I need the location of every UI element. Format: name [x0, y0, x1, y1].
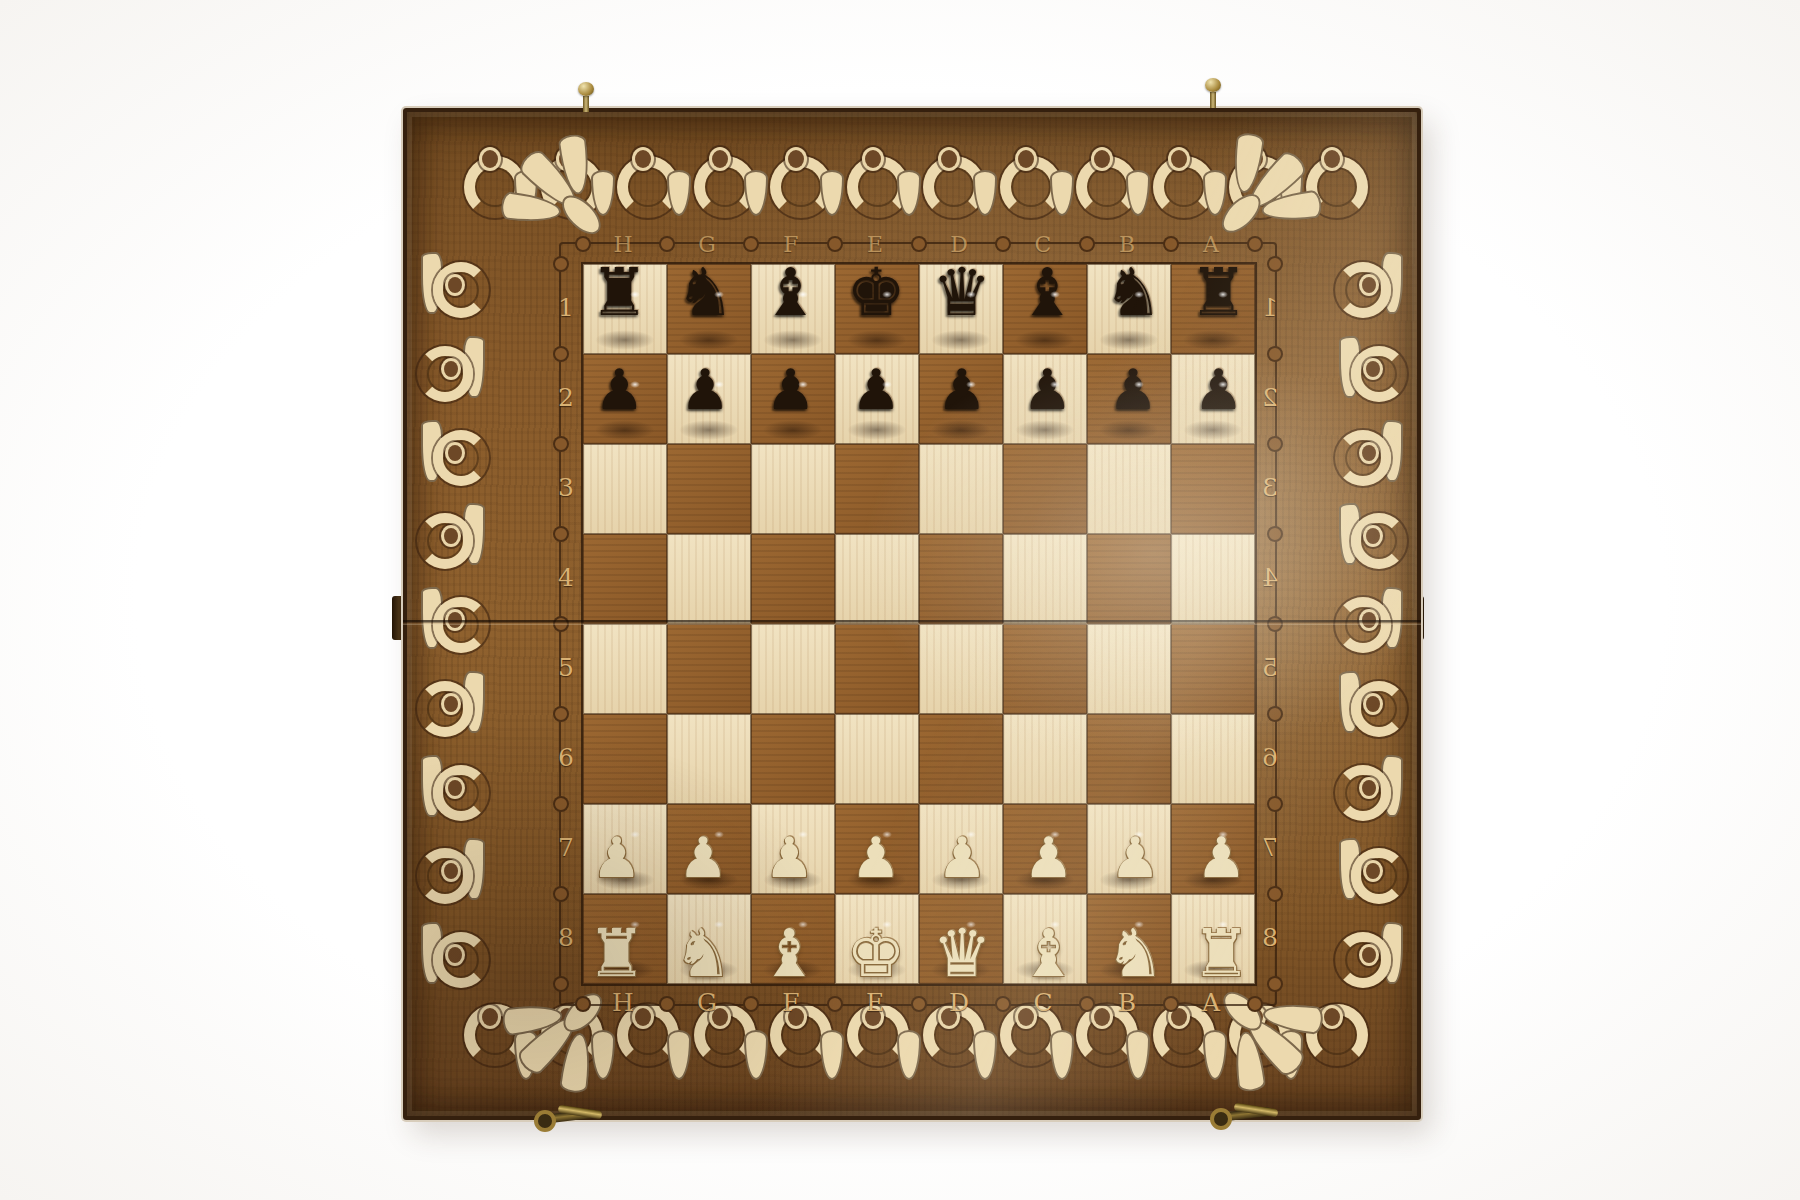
frame-notch — [1267, 796, 1283, 812]
rank-label-left-7: 7 — [553, 802, 579, 892]
ornament-scroll-icon — [1339, 336, 1403, 408]
piece-white-bishop[interactable]: ♝ — [1003, 894, 1087, 984]
specular-highlight — [1218, 291, 1228, 298]
piece-black-king[interactable]: ♚ — [835, 264, 919, 354]
brass-clasp-icon — [1216, 1104, 1280, 1128]
frame-notch — [1267, 706, 1283, 722]
frame-notch — [995, 236, 1011, 252]
specular-highlight — [1050, 381, 1060, 388]
square-b1[interactable]: ♞ — [1087, 264, 1171, 354]
square-a5[interactable] — [1171, 624, 1255, 714]
square-a6[interactable] — [1171, 714, 1255, 804]
brass-screw-icon — [1205, 78, 1221, 108]
ornament-scroll-icon — [421, 755, 485, 827]
ornament-scroll-icon — [421, 336, 485, 408]
square-b7[interactable]: ♟ — [1087, 804, 1171, 894]
square-d7[interactable]: ♟ — [919, 804, 1003, 894]
ornament-arch-icon — [459, 146, 523, 216]
ornament-scroll-icon — [421, 252, 485, 324]
frame-notch — [911, 996, 927, 1012]
frame-notch — [995, 996, 1011, 1012]
frame-notch — [553, 706, 569, 722]
frame-notch — [1163, 996, 1179, 1012]
piece-white-pawn[interactable]: ♟ — [1171, 804, 1255, 894]
piece-black-pawn[interactable]: ♟ — [919, 354, 1003, 444]
specular-highlight — [966, 381, 976, 388]
piece-white-pawn[interactable]: ♟ — [583, 804, 667, 894]
square-f3[interactable] — [751, 444, 835, 534]
square-f1[interactable]: ♝ — [751, 264, 835, 354]
piece-white-knight[interactable]: ♞ — [667, 894, 751, 984]
piece-black-knight[interactable]: ♞ — [1087, 264, 1171, 354]
frame-notch — [553, 886, 569, 902]
rank-label-right-1: 1 — [1257, 262, 1283, 352]
ornament-scroll-icon — [1339, 252, 1403, 324]
square-h8[interactable]: ♜ — [583, 894, 667, 984]
piece-black-bishop[interactable]: ♝ — [1003, 264, 1087, 354]
square-a1[interactable]: ♜ — [1171, 264, 1255, 354]
specular-highlight — [1050, 291, 1060, 298]
specular-highlight — [882, 921, 892, 928]
ornament-arch-icon — [1301, 146, 1365, 216]
brass-clasp-icon — [540, 1106, 604, 1130]
frame-notch — [911, 236, 927, 252]
piece-black-pawn[interactable]: ♟ — [1087, 354, 1171, 444]
square-f5[interactable] — [751, 624, 835, 714]
frame-notch — [1247, 996, 1263, 1012]
square-c6[interactable] — [1003, 714, 1087, 804]
square-g2[interactable]: ♟ — [667, 354, 751, 444]
frame-notch — [1079, 996, 1095, 1012]
frame-notch — [1267, 886, 1283, 902]
ornament-scroll-icon — [1339, 503, 1403, 575]
frame-notch — [1079, 236, 1095, 252]
square-b2[interactable]: ♟ — [1087, 354, 1171, 444]
square-e8[interactable]: ♚ — [835, 894, 919, 984]
specular-highlight — [714, 831, 724, 838]
rank-label-right-5: 5 — [1257, 622, 1283, 712]
square-g5[interactable] — [667, 624, 751, 714]
ornament-scroll-icon — [421, 838, 485, 910]
ornament-arch-icon — [459, 998, 523, 1068]
square-g6[interactable] — [667, 714, 751, 804]
specular-highlight — [714, 291, 724, 298]
ornament-arch-icon — [842, 146, 906, 216]
frame-notch — [743, 996, 759, 1012]
ornament-arch-icon — [995, 146, 1059, 216]
specular-highlight — [1050, 831, 1060, 838]
square-d8[interactable]: ♛ — [919, 894, 1003, 984]
rank-label-right-7: 7 — [1257, 802, 1283, 892]
frame-notch — [1267, 256, 1283, 272]
frame-notch — [575, 996, 591, 1012]
square-a2[interactable]: ♟ — [1171, 354, 1255, 444]
board-box: 1234567812345678HGFEDCBAHGFEDCBA ♜♞♝♚♛♝♞… — [403, 108, 1421, 1120]
piece-white-rook[interactable]: ♜ — [1171, 894, 1255, 984]
rank-label-left-5: 5 — [553, 622, 579, 712]
piece-black-rook[interactable]: ♜ — [583, 264, 667, 354]
specular-highlight — [1134, 291, 1144, 298]
ornament-arch-icon — [1148, 146, 1212, 216]
piece-white-rook[interactable]: ♜ — [583, 894, 667, 984]
piece-white-king[interactable]: ♚ — [835, 894, 919, 984]
square-a3[interactable] — [1171, 444, 1255, 534]
specular-highlight — [714, 381, 724, 388]
rank-label-right-2: 2 — [1257, 352, 1283, 442]
frame-notch — [1247, 236, 1263, 252]
piece-black-pawn[interactable]: ♟ — [583, 354, 667, 444]
square-g7[interactable]: ♟ — [667, 804, 751, 894]
specular-highlight — [882, 831, 892, 838]
piece-white-pawn[interactable]: ♟ — [751, 804, 835, 894]
brass-screw-icon — [578, 82, 594, 112]
square-b5[interactable] — [1087, 624, 1171, 714]
piece-black-pawn[interactable]: ♟ — [1171, 354, 1255, 444]
frame-notch — [553, 256, 569, 272]
square-e3[interactable] — [835, 444, 919, 534]
square-b8[interactable]: ♞ — [1087, 894, 1171, 984]
specular-highlight — [966, 831, 976, 838]
square-f8[interactable]: ♝ — [751, 894, 835, 984]
piece-white-pawn[interactable]: ♟ — [1087, 804, 1171, 894]
rank-label-left-6: 6 — [553, 712, 579, 802]
square-e7[interactable]: ♟ — [835, 804, 919, 894]
square-g4[interactable] — [667, 534, 751, 624]
piece-black-pawn[interactable]: ♟ — [667, 354, 751, 444]
square-d1[interactable]: ♛ — [919, 264, 1003, 354]
frame-notch — [1267, 346, 1283, 362]
square-b4[interactable] — [1087, 534, 1171, 624]
ornament-scroll-icon — [421, 503, 485, 575]
rank-label-right-3: 3 — [1257, 442, 1283, 532]
ornament-scroll-icon — [1339, 922, 1403, 994]
square-c4[interactable] — [1003, 534, 1087, 624]
ornament-scroll-icon — [421, 671, 485, 743]
specular-highlight — [966, 921, 976, 928]
piece-white-pawn[interactable]: ♟ — [667, 804, 751, 894]
frame-notch — [553, 976, 569, 992]
square-c7[interactable]: ♟ — [1003, 804, 1087, 894]
ornament-arch-icon — [765, 146, 829, 216]
square-h3[interactable] — [583, 444, 667, 534]
square-a7[interactable]: ♟ — [1171, 804, 1255, 894]
square-g3[interactable] — [667, 444, 751, 534]
frame-notch — [553, 526, 569, 542]
specular-highlight — [798, 921, 808, 928]
square-d6[interactable] — [919, 714, 1003, 804]
frame-notch — [827, 236, 843, 252]
piece-black-knight[interactable]: ♞ — [667, 264, 751, 354]
square-a8[interactable]: ♜ — [1171, 894, 1255, 984]
rank-label-right-4: 4 — [1257, 532, 1283, 622]
piece-white-knight[interactable]: ♞ — [1087, 894, 1171, 984]
specular-highlight — [630, 831, 640, 838]
rank-label-right-8: 8 — [1257, 892, 1283, 982]
frame-notch — [553, 436, 569, 452]
rank-label-left-1: 1 — [553, 262, 579, 352]
ornament-scroll-icon — [1339, 755, 1403, 827]
frame-notch — [553, 796, 569, 812]
ornament-scroll-icon — [421, 420, 485, 492]
square-h2[interactable]: ♟ — [583, 354, 667, 444]
square-c2[interactable]: ♟ — [1003, 354, 1087, 444]
specular-highlight — [882, 381, 892, 388]
ornament-arch-icon — [689, 146, 753, 216]
square-d3[interactable] — [919, 444, 1003, 534]
specular-highlight — [966, 291, 976, 298]
square-e6[interactable] — [835, 714, 919, 804]
ornament-arch-icon — [1301, 998, 1365, 1068]
frame-notch — [743, 236, 759, 252]
square-d5[interactable] — [919, 624, 1003, 714]
specular-highlight — [1134, 381, 1144, 388]
specular-highlight — [798, 291, 808, 298]
specular-highlight — [1218, 381, 1228, 388]
rank-label-right-6: 6 — [1257, 712, 1283, 802]
square-d2[interactable]: ♟ — [919, 354, 1003, 444]
ornament-arch-icon — [1071, 146, 1135, 216]
frame-notch — [659, 236, 675, 252]
square-h5[interactable] — [583, 624, 667, 714]
piece-black-rook[interactable]: ♜ — [1171, 264, 1255, 354]
square-h6[interactable] — [583, 714, 667, 804]
frame-notch — [827, 996, 843, 1012]
fold-seam — [403, 620, 1421, 625]
piece-black-pawn[interactable]: ♟ — [1003, 354, 1087, 444]
specular-highlight — [1134, 921, 1144, 928]
rank-label-left-3: 3 — [553, 442, 579, 532]
piece-black-bishop[interactable]: ♝ — [751, 264, 835, 354]
specular-highlight — [630, 291, 640, 298]
square-c3[interactable] — [1003, 444, 1087, 534]
frame-notch — [575, 236, 591, 252]
specular-highlight — [714, 921, 724, 928]
square-h1[interactable]: ♜ — [583, 264, 667, 354]
square-b3[interactable] — [1087, 444, 1171, 534]
square-b6[interactable] — [1087, 714, 1171, 804]
square-c8[interactable]: ♝ — [1003, 894, 1087, 984]
ornament-scroll-icon — [1339, 420, 1403, 492]
square-f4[interactable] — [751, 534, 835, 624]
specular-highlight — [1134, 831, 1144, 838]
square-c1[interactable]: ♝ — [1003, 264, 1087, 354]
frame-notch — [659, 996, 675, 1012]
square-e2[interactable]: ♟ — [835, 354, 919, 444]
specular-highlight — [798, 831, 808, 838]
square-c5[interactable] — [1003, 624, 1087, 714]
ornament-scroll-icon — [1339, 671, 1403, 743]
frame-notch — [1267, 526, 1283, 542]
square-f7[interactable]: ♟ — [751, 804, 835, 894]
ornament-arch-icon — [612, 146, 676, 216]
piece-black-queen[interactable]: ♛ — [919, 264, 1003, 354]
square-g8[interactable]: ♞ — [667, 894, 751, 984]
ornament-arch-icon — [536, 146, 600, 216]
piece-white-bishop[interactable]: ♝ — [751, 894, 835, 984]
piece-white-pawn[interactable]: ♟ — [835, 804, 919, 894]
square-a4[interactable] — [1171, 534, 1255, 624]
ornament-arch-icon — [918, 146, 982, 216]
specular-highlight — [630, 381, 640, 388]
frame-notch — [1267, 436, 1283, 452]
square-e1[interactable]: ♚ — [835, 264, 919, 354]
specular-highlight — [882, 291, 892, 298]
piece-black-pawn[interactable]: ♟ — [751, 354, 835, 444]
square-e4[interactable] — [835, 534, 919, 624]
square-h4[interactable] — [583, 534, 667, 624]
frame-notch — [1267, 976, 1283, 992]
specular-highlight — [1218, 921, 1228, 928]
ornament-scroll-icon — [1339, 838, 1403, 910]
specular-highlight — [798, 381, 808, 388]
specular-highlight — [1218, 831, 1228, 838]
frame-notch — [553, 346, 569, 362]
specular-highlight — [630, 921, 640, 928]
square-f6[interactable] — [751, 714, 835, 804]
piece-black-pawn[interactable]: ♟ — [835, 354, 919, 444]
frame-notch — [1163, 236, 1179, 252]
square-d4[interactable] — [919, 534, 1003, 624]
rank-label-left-4: 4 — [553, 532, 579, 622]
specular-highlight — [1050, 921, 1060, 928]
square-e5[interactable] — [835, 624, 919, 714]
rank-label-left-8: 8 — [553, 892, 579, 982]
piece-white-pawn[interactable]: ♟ — [1003, 804, 1087, 894]
square-h7[interactable]: ♟ — [583, 804, 667, 894]
square-f2[interactable]: ♟ — [751, 354, 835, 444]
rank-label-left-2: 2 — [553, 352, 579, 442]
ornament-arch-icon — [1224, 146, 1288, 216]
piece-white-queen[interactable]: ♛ — [919, 894, 1003, 984]
square-g1[interactable]: ♞ — [667, 264, 751, 354]
photo-canvas: 1234567812345678HGFEDCBAHGFEDCBA ♜♞♝♚♛♝♞… — [0, 0, 1800, 1200]
piece-white-pawn[interactable]: ♟ — [919, 804, 1003, 894]
ornament-scroll-icon — [421, 922, 485, 994]
